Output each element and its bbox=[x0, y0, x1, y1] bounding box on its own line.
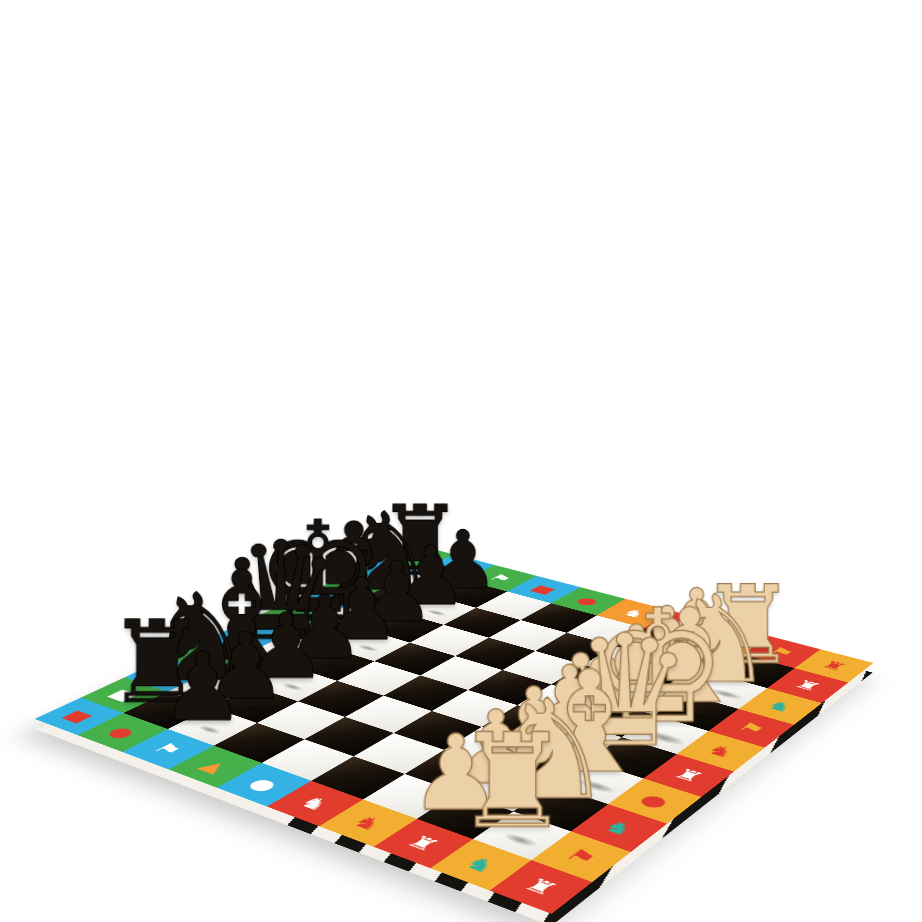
piece-layer: ♜♟♟♜♞♟♟♞♝♟♟♝♚♟♟♚♛♟♟♛♝♟♟♝♞♟♟♞♜♟♟♜ bbox=[34, 544, 873, 914]
chess-piece-glyph: ♜ bbox=[412, 722, 613, 842]
product-photo-background: ■●⚑■●♞♜♞⚑♜⚑♜■♞●⚑⚑♞■♜●●▲♞■⚑■●⚑▲●♞♞♜♞♜ ♜♟♟… bbox=[0, 0, 922, 922]
chessboard: ■●⚑■●♞♜♞⚑♜⚑♜■♞●⚑⚑♞■♜●●▲♞■⚑■●⚑▲●♞♞♜♞♜ ♜♟♟… bbox=[34, 544, 873, 914]
photo-stage: ■●⚑■●♞♜♞⚑♜⚑♜■♞●⚑⚑♞■♜●●▲♞■⚑■●⚑▲●♞♞♜♞♜ ♜♟♟… bbox=[0, 0, 922, 922]
chess-piece-glyph: ♟ bbox=[113, 644, 291, 731]
